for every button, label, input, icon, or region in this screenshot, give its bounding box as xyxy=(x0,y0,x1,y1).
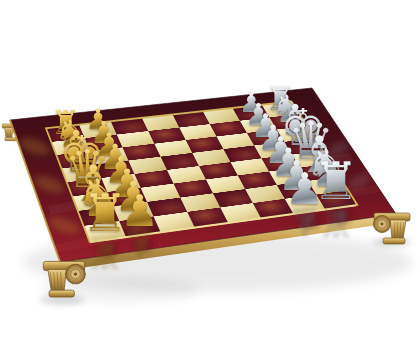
chess-set-product-photo: ♜♜♟♟♟♟♜♜♞♟♟♞♝♟♟♝♛♟♟♛♚♟♟♚♝♟♟♝♞♟♟♞♜♟♟♜ xyxy=(0,0,420,340)
